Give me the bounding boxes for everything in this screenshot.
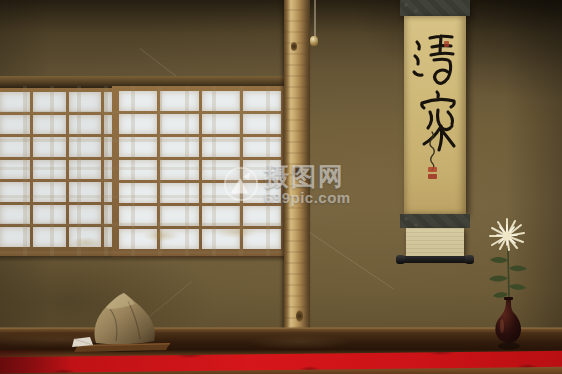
red-seal [428, 167, 437, 172]
chrysanthemum-arrangement [478, 216, 538, 356]
hanging-cord [314, 0, 316, 38]
wood-knot [291, 42, 297, 51]
hanging-scroll: 清寂 [396, 0, 474, 264]
vase-lip [504, 297, 513, 300]
flower-center [503, 232, 512, 241]
watermark-url: 699pic.com [264, 189, 351, 206]
viewing-stone-display [66, 283, 176, 353]
vase-highlight [500, 319, 504, 333]
scroll-roller [403, 256, 467, 263]
roller-knob [396, 255, 405, 264]
runner-shadow [0, 350, 70, 374]
tea-room-photo: 清寂 [0, 0, 562, 374]
stock-watermark: 摄图网 699pic.com [222, 162, 382, 212]
scroll-bottom-mount [406, 228, 464, 257]
calligraphy-text: 清寂 [404, 16, 405, 17]
flower-stem [508, 248, 509, 302]
scroll-paper: 清寂 [404, 16, 466, 214]
wood-knot [296, 310, 303, 322]
scroll-mid-band [400, 214, 470, 228]
red-seal [444, 41, 449, 47]
scroll-top-band [400, 0, 470, 16]
window-sill-shadow [0, 256, 288, 262]
artist-signature [426, 130, 440, 172]
roller-knob [465, 255, 474, 264]
cord-weight [310, 36, 318, 46]
vase-reflection [498, 343, 520, 350]
red-seal [428, 174, 437, 179]
bud-vase [495, 298, 521, 343]
watermark-logo-icon [222, 164, 262, 206]
